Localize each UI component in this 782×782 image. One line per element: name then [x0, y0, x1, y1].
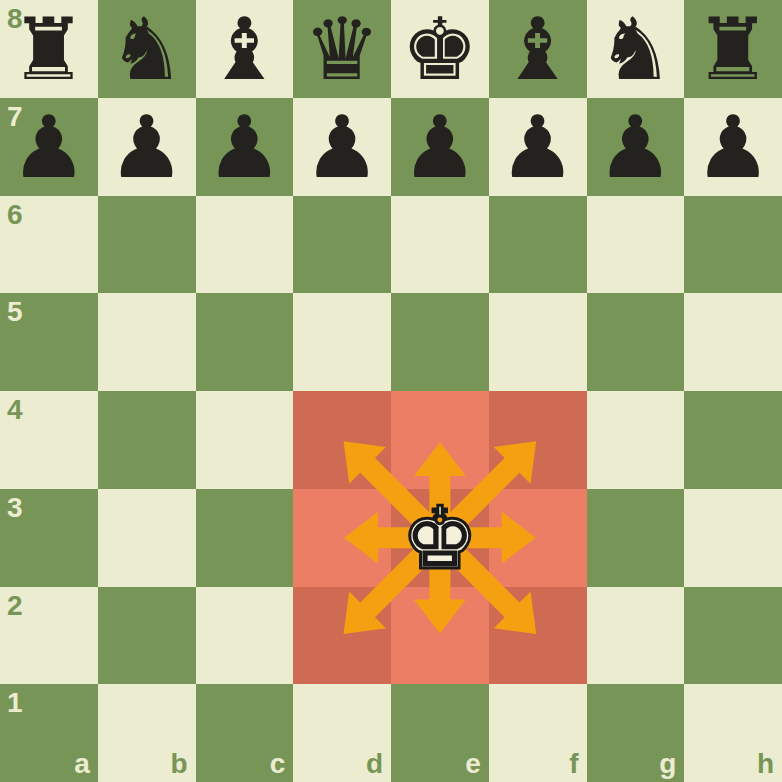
square-g4[interactable]: [587, 391, 685, 489]
square-h4[interactable]: [684, 391, 782, 489]
square-h8[interactable]: ♜: [684, 0, 782, 98]
square-g1[interactable]: g: [587, 684, 685, 782]
square-a8[interactable]: 8♜: [0, 0, 98, 98]
square-f2[interactable]: [489, 587, 587, 685]
file-label-a: a: [74, 750, 90, 778]
file-label-e: e: [465, 750, 481, 778]
square-b4[interactable]: [98, 391, 196, 489]
square-f6[interactable]: [489, 196, 587, 294]
square-a6[interactable]: 6: [0, 196, 98, 294]
square-g8[interactable]: ♞: [587, 0, 685, 98]
rank-label-3: 3: [7, 494, 23, 522]
square-g6[interactable]: [587, 196, 685, 294]
square-h5[interactable]: [684, 293, 782, 391]
square-c8[interactable]: ♝: [196, 0, 294, 98]
file-label-d: d: [366, 750, 383, 778]
black-rook[interactable]: ♜: [684, 0, 782, 98]
square-c5[interactable]: [196, 293, 294, 391]
square-e5[interactable]: [391, 293, 489, 391]
square-f5[interactable]: [489, 293, 587, 391]
chess-board: 8♜♞♝♛♚♝♞♜7♟♟♟♟♟♟♟♟6543♚21abcdefgh: [0, 0, 782, 782]
black-pawn[interactable]: ♟: [391, 98, 489, 196]
rank-label-2: 2: [7, 592, 23, 620]
black-king[interactable]: ♚: [391, 0, 489, 98]
square-g5[interactable]: [587, 293, 685, 391]
rank-label-6: 6: [7, 201, 23, 229]
file-label-g: g: [659, 750, 676, 778]
square-c3[interactable]: [196, 489, 294, 587]
rank-label-1: 1: [7, 689, 23, 717]
square-b6[interactable]: [98, 196, 196, 294]
black-pawn[interactable]: ♟: [98, 98, 196, 196]
square-e4[interactable]: [391, 391, 489, 489]
square-g3[interactable]: [587, 489, 685, 587]
file-label-b: b: [170, 750, 187, 778]
square-d8[interactable]: ♛: [293, 0, 391, 98]
square-a3[interactable]: 3: [0, 489, 98, 587]
black-rook[interactable]: ♜: [0, 0, 98, 98]
black-knight[interactable]: ♞: [98, 0, 196, 98]
square-g2[interactable]: [587, 587, 685, 685]
black-knight[interactable]: ♞: [587, 0, 685, 98]
square-b3[interactable]: [98, 489, 196, 587]
square-c6[interactable]: [196, 196, 294, 294]
file-label-c: c: [270, 750, 286, 778]
square-a5[interactable]: 5: [0, 293, 98, 391]
square-c7[interactable]: ♟: [196, 98, 294, 196]
black-queen[interactable]: ♛: [293, 0, 391, 98]
square-h3[interactable]: [684, 489, 782, 587]
square-b1[interactable]: b: [98, 684, 196, 782]
square-b5[interactable]: [98, 293, 196, 391]
file-label-h: h: [757, 750, 774, 778]
square-c2[interactable]: [196, 587, 294, 685]
white-king[interactable]: ♚: [391, 489, 489, 587]
square-g7[interactable]: ♟: [587, 98, 685, 196]
square-h1[interactable]: h: [684, 684, 782, 782]
black-pawn[interactable]: ♟: [489, 98, 587, 196]
square-a7[interactable]: 7♟: [0, 98, 98, 196]
black-bishop[interactable]: ♝: [489, 0, 587, 98]
square-f3[interactable]: [489, 489, 587, 587]
square-b8[interactable]: ♞: [98, 0, 196, 98]
black-pawn[interactable]: ♟: [293, 98, 391, 196]
square-h6[interactable]: [684, 196, 782, 294]
square-d6[interactable]: [293, 196, 391, 294]
square-b2[interactable]: [98, 587, 196, 685]
square-f1[interactable]: f: [489, 684, 587, 782]
rank-label-5: 5: [7, 298, 23, 326]
square-c4[interactable]: [196, 391, 294, 489]
black-pawn[interactable]: ♟: [196, 98, 294, 196]
square-a4[interactable]: 4: [0, 391, 98, 489]
square-h2[interactable]: [684, 587, 782, 685]
square-f8[interactable]: ♝: [489, 0, 587, 98]
square-d7[interactable]: ♟: [293, 98, 391, 196]
square-c1[interactable]: c: [196, 684, 294, 782]
black-pawn[interactable]: ♟: [587, 98, 685, 196]
square-e1[interactable]: e: [391, 684, 489, 782]
rank-label-4: 4: [7, 396, 23, 424]
board-grid: 8♜♞♝♛♚♝♞♜7♟♟♟♟♟♟♟♟6543♚21abcdefgh: [0, 0, 782, 782]
square-e2[interactable]: [391, 587, 489, 685]
black-pawn[interactable]: ♟: [0, 98, 98, 196]
square-e6[interactable]: [391, 196, 489, 294]
square-d2[interactable]: [293, 587, 391, 685]
black-pawn[interactable]: ♟: [684, 98, 782, 196]
square-a1[interactable]: 1a: [0, 684, 98, 782]
square-d5[interactable]: [293, 293, 391, 391]
black-bishop[interactable]: ♝: [196, 0, 294, 98]
square-h7[interactable]: ♟: [684, 98, 782, 196]
square-b7[interactable]: ♟: [98, 98, 196, 196]
file-label-f: f: [569, 750, 578, 778]
square-a2[interactable]: 2: [0, 587, 98, 685]
square-f7[interactable]: ♟: [489, 98, 587, 196]
square-e8[interactable]: ♚: [391, 0, 489, 98]
square-e3[interactable]: ♚: [391, 489, 489, 587]
square-f4[interactable]: [489, 391, 587, 489]
square-d3[interactable]: [293, 489, 391, 587]
square-d4[interactable]: [293, 391, 391, 489]
square-d1[interactable]: d: [293, 684, 391, 782]
square-e7[interactable]: ♟: [391, 98, 489, 196]
